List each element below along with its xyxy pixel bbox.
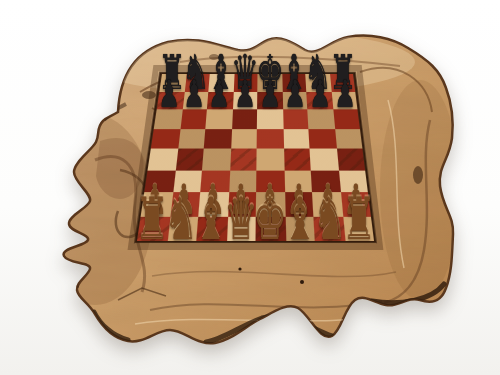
square-f1 bbox=[285, 216, 315, 241]
square-h2 bbox=[340, 192, 371, 216]
square-d4 bbox=[229, 149, 256, 170]
square-d5 bbox=[230, 128, 257, 148]
square-d1 bbox=[226, 216, 256, 241]
square-h8 bbox=[329, 74, 355, 91]
chess-board bbox=[137, 74, 374, 241]
square-c1 bbox=[196, 216, 227, 241]
square-g8 bbox=[305, 74, 330, 91]
square-f6 bbox=[282, 109, 308, 128]
square-g2 bbox=[312, 192, 342, 216]
square-b7 bbox=[182, 91, 209, 109]
square-e8 bbox=[257, 74, 281, 91]
square-a8 bbox=[159, 74, 185, 91]
square-c4 bbox=[202, 149, 230, 170]
square-c2 bbox=[198, 192, 228, 216]
square-b6 bbox=[180, 109, 207, 128]
square-h1 bbox=[342, 216, 374, 241]
square-c7 bbox=[207, 91, 233, 109]
square-e7 bbox=[257, 91, 282, 109]
square-c5 bbox=[204, 128, 231, 148]
square-e5 bbox=[257, 128, 283, 148]
square-a5 bbox=[151, 128, 180, 148]
square-b8 bbox=[184, 74, 210, 91]
square-c8 bbox=[208, 74, 233, 91]
square-c3 bbox=[200, 170, 229, 192]
square-b3 bbox=[172, 170, 202, 192]
square-e4 bbox=[256, 149, 283, 170]
square-a7 bbox=[157, 91, 184, 109]
square-g3 bbox=[311, 170, 340, 192]
square-f3 bbox=[284, 170, 312, 192]
square-f8 bbox=[281, 74, 306, 91]
square-e3 bbox=[256, 170, 284, 192]
square-g4 bbox=[309, 149, 337, 170]
square-a2 bbox=[141, 192, 172, 216]
square-h3 bbox=[338, 170, 368, 192]
square-e6 bbox=[257, 109, 283, 128]
square-f7 bbox=[282, 91, 307, 109]
product-photo: ♜♞♝♛♚♝♞♜♟♟♟♟♟♟♟♟♟♟♟♟♟♟♟♟♜♞♝♛♚♝♞♜ bbox=[0, 0, 500, 375]
square-f5 bbox=[283, 128, 310, 148]
square-d7 bbox=[232, 91, 257, 109]
square-h4 bbox=[336, 149, 365, 170]
square-g1 bbox=[313, 216, 344, 241]
square-d2 bbox=[227, 192, 256, 216]
square-g6 bbox=[307, 109, 334, 128]
square-c6 bbox=[205, 109, 232, 128]
square-a3 bbox=[144, 170, 175, 192]
square-b4 bbox=[175, 149, 204, 170]
square-h7 bbox=[331, 91, 358, 109]
square-a4 bbox=[148, 149, 178, 170]
square-e1 bbox=[255, 216, 285, 241]
square-f4 bbox=[283, 149, 311, 170]
square-h5 bbox=[334, 128, 362, 148]
square-d3 bbox=[228, 170, 256, 192]
square-f2 bbox=[284, 192, 313, 216]
square-d8 bbox=[233, 74, 258, 91]
square-g5 bbox=[308, 128, 336, 148]
square-e2 bbox=[256, 192, 285, 216]
square-a6 bbox=[154, 109, 182, 128]
square-d6 bbox=[231, 109, 257, 128]
square-b1 bbox=[167, 216, 199, 241]
square-b2 bbox=[170, 192, 201, 216]
square-h6 bbox=[332, 109, 359, 128]
square-b5 bbox=[177, 128, 205, 148]
square-a1 bbox=[137, 216, 170, 241]
square-g7 bbox=[306, 91, 332, 109]
